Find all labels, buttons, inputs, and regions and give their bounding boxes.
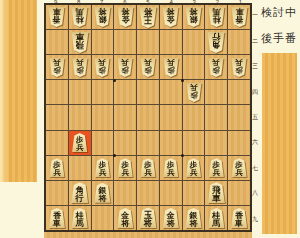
- shogi-piece-gote-pawn[interactable]: 歩兵: [72, 58, 88, 77]
- board-cell[interactable]: [183, 30, 205, 54]
- shogi-piece-sente-pawn[interactable]: 歩兵: [94, 158, 110, 177]
- board-cell[interactable]: [46, 131, 68, 155]
- shogi-piece-sente-pawn[interactable]: 歩兵: [117, 158, 133, 177]
- board-cell[interactable]: [183, 105, 205, 129]
- board-cell[interactable]: [137, 80, 159, 104]
- board-cell[interactable]: 香車: [46, 206, 68, 230]
- board-cell[interactable]: [205, 80, 227, 104]
- board-cell[interactable]: [92, 131, 114, 155]
- board-cell[interactable]: [137, 105, 159, 129]
- board-cell[interactable]: 歩兵: [92, 156, 114, 180]
- board-cell[interactable]: 香車: [46, 5, 68, 29]
- board-cell[interactable]: [160, 80, 182, 104]
- board-cell[interactable]: 桂馬: [69, 5, 91, 29]
- board-cell[interactable]: 金将: [160, 206, 182, 230]
- board-cell[interactable]: [92, 80, 114, 104]
- shogi-piece-gote-pawn[interactable]: 歩兵: [208, 58, 224, 77]
- board-cell[interactable]: [205, 131, 227, 155]
- board-cell[interactable]: 歩兵: [92, 55, 114, 79]
- shogi-piece-gote-silver[interactable]: 銀将: [185, 7, 202, 27]
- board-cell[interactable]: 桂馬: [205, 5, 227, 29]
- board-cell[interactable]: 飛車: [69, 30, 91, 54]
- board-cell[interactable]: 歩兵: [137, 55, 159, 79]
- board-cell[interactable]: 歩兵: [228, 55, 250, 79]
- board-cell[interactable]: 桂馬: [69, 206, 91, 230]
- board-cell[interactable]: 銀将: [183, 5, 205, 29]
- board-cell[interactable]: [114, 30, 136, 54]
- board-cell[interactable]: 歩兵: [114, 156, 136, 180]
- rank-label: 三: [251, 54, 259, 79]
- shogi-piece-sente-king[interactable]: 玉将: [139, 207, 157, 228]
- shogi-piece-sente-pawn[interactable]: 歩兵: [72, 133, 88, 152]
- star-point: [181, 154, 184, 157]
- board-cell[interactable]: 角行: [69, 181, 91, 205]
- board-cell[interactable]: [137, 181, 159, 205]
- shogi-piece-sente-silver[interactable]: 銀将: [94, 183, 111, 203]
- board-cell[interactable]: [69, 80, 91, 104]
- shogi-piece-sente-knight[interactable]: 桂馬: [71, 208, 88, 228]
- board-cell[interactable]: 歩兵: [69, 55, 91, 79]
- board-cell[interactable]: [46, 30, 68, 54]
- board-cell[interactable]: 角行: [205, 30, 227, 54]
- star-point: [181, 79, 184, 82]
- board-cell[interactable]: [69, 105, 91, 129]
- board-cell[interactable]: [92, 30, 114, 54]
- board-cell[interactable]: 香車: [228, 206, 250, 230]
- shogi-piece-sente-pawn[interactable]: 歩兵: [140, 158, 156, 177]
- board-cell[interactable]: 玉将: [137, 206, 159, 230]
- board-cell[interactable]: [69, 156, 91, 180]
- board-cell[interactable]: 金将: [114, 206, 136, 230]
- board-cell[interactable]: [46, 80, 68, 104]
- board-cell[interactable]: [46, 105, 68, 129]
- gote-piece-stand: [262, 53, 297, 234]
- board-cell[interactable]: [228, 30, 250, 54]
- rank-label: 一: [251, 3, 259, 28]
- board-cell[interactable]: [46, 181, 68, 205]
- shogi-board: 香車桂馬銀将金将王将金将銀将桂馬香車飛車角行歩兵歩兵歩兵歩兵歩兵歩兵歩兵歩兵歩兵…: [44, 3, 252, 238]
- sente-piece-stand: [0, 0, 37, 182]
- shogi-piece-gote-lance[interactable]: 香車: [48, 7, 65, 27]
- shogi-piece-gote-pawn[interactable]: 歩兵: [117, 58, 133, 77]
- shogi-piece-sente-bishop[interactable]: 角行: [71, 182, 89, 203]
- board-cell[interactable]: 歩兵: [205, 156, 227, 180]
- board-cell[interactable]: [228, 105, 250, 129]
- board-cell[interactable]: 飛車: [205, 181, 227, 205]
- board-cell[interactable]: [114, 181, 136, 205]
- shogi-piece-gote-knight[interactable]: 桂馬: [71, 7, 88, 27]
- board-cell[interactable]: 歩兵: [160, 156, 182, 180]
- board-cell[interactable]: [228, 80, 250, 104]
- board-cell[interactable]: [160, 105, 182, 129]
- board-cell[interactable]: 歩兵: [160, 55, 182, 79]
- rank-label: 八: [251, 181, 259, 206]
- shogi-piece-sente-pawn[interactable]: 歩兵: [231, 158, 247, 177]
- board-cell[interactable]: [137, 30, 159, 54]
- shogi-piece-sente-gold[interactable]: 金将: [162, 208, 179, 228]
- board-cell[interactable]: 桂馬: [205, 206, 227, 230]
- board-cell[interactable]: [114, 131, 136, 155]
- board-cell[interactable]: [205, 105, 227, 129]
- shogi-piece-gote-pawn[interactable]: 歩兵: [49, 58, 65, 77]
- rank-label: 六: [251, 130, 259, 155]
- shogi-piece-gote-pawn[interactable]: 歩兵: [94, 58, 110, 77]
- star-point: [113, 79, 116, 82]
- rank-label: 五: [251, 105, 259, 130]
- board-cell[interactable]: [228, 131, 250, 155]
- shogi-piece-sente-knight[interactable]: 桂馬: [208, 208, 225, 228]
- board-cell[interactable]: [160, 131, 182, 155]
- board-cell[interactable]: [183, 55, 205, 79]
- board-cell[interactable]: 銀将: [92, 5, 114, 29]
- shogi-piece-sente-pawn[interactable]: 歩兵: [163, 158, 179, 177]
- rank-label: 二: [251, 28, 259, 53]
- shogi-piece-gote-gold[interactable]: 金将: [162, 7, 179, 27]
- shogi-piece-sente-gold[interactable]: 金将: [117, 208, 134, 228]
- board-cell[interactable]: 銀将: [183, 206, 205, 230]
- board-cell[interactable]: 歩兵: [183, 80, 205, 104]
- board-cell[interactable]: 王将: [137, 5, 159, 29]
- board-cell[interactable]: [92, 105, 114, 129]
- board-cell[interactable]: [114, 105, 136, 129]
- board-cell[interactable]: 歩兵: [46, 156, 68, 180]
- board-cell[interactable]: 香車: [228, 5, 250, 29]
- shogi-piece-gote-lance[interactable]: 香車: [231, 7, 248, 27]
- board-cell[interactable]: 歩兵: [114, 55, 136, 79]
- board-cell[interactable]: [92, 206, 114, 230]
- shogi-piece-gote-pawn[interactable]: 歩兵: [140, 58, 156, 77]
- rank-label: 七: [251, 156, 259, 181]
- star-point: [113, 154, 116, 157]
- board-cell[interactable]: [183, 131, 205, 155]
- board-cell[interactable]: 金将: [114, 5, 136, 29]
- shogi-piece-gote-knight[interactable]: 桂馬: [208, 7, 225, 27]
- board-cell[interactable]: [183, 181, 205, 205]
- shogi-piece-gote-pawn[interactable]: 歩兵: [186, 83, 202, 102]
- board-cell[interactable]: 歩兵: [69, 131, 91, 155]
- board-cell[interactable]: 銀将: [92, 181, 114, 205]
- shogi-piece-gote-bishop[interactable]: 角行: [207, 32, 225, 53]
- board-cell[interactable]: [160, 181, 182, 205]
- shogi-piece-sente-pawn[interactable]: 歩兵: [186, 158, 202, 177]
- board-cell[interactable]: 歩兵: [228, 156, 250, 180]
- rank-label: 四: [251, 79, 259, 104]
- shogi-piece-gote-gold[interactable]: 金将: [117, 7, 134, 27]
- shogi-piece-sente-pawn[interactable]: 歩兵: [208, 158, 224, 177]
- board-cell[interactable]: [137, 131, 159, 155]
- board-cell[interactable]: 歩兵: [205, 55, 227, 79]
- shogi-piece-sente-lance[interactable]: 香車: [231, 208, 248, 228]
- shogi-piece-sente-pawn[interactable]: 歩兵: [49, 158, 65, 177]
- board-grid: 香車桂馬銀将金将王将金将銀将桂馬香車飛車角行歩兵歩兵歩兵歩兵歩兵歩兵歩兵歩兵歩兵…: [44, 3, 252, 232]
- rank-labels: 一二三四五六七八九: [251, 3, 259, 232]
- status-analyzing: 検討中: [261, 5, 297, 20]
- shogi-piece-gote-pawn[interactable]: 歩兵: [163, 58, 179, 77]
- board-cell[interactable]: 歩兵: [183, 156, 205, 180]
- shogi-piece-sente-rook[interactable]: 飛車: [207, 182, 225, 203]
- shogi-piece-sente-silver[interactable]: 銀将: [185, 208, 202, 228]
- shogi-piece-sente-lance[interactable]: 香車: [48, 208, 65, 228]
- shogi-piece-gote-pawn[interactable]: 歩兵: [231, 58, 247, 77]
- board-cell[interactable]: [160, 30, 182, 54]
- board-cell[interactable]: [114, 80, 136, 104]
- board-cell[interactable]: 歩兵: [137, 156, 159, 180]
- shogi-piece-gote-silver[interactable]: 銀将: [94, 7, 111, 27]
- board-cell[interactable]: 歩兵: [46, 55, 68, 79]
- shogi-piece-gote-rook[interactable]: 飛車: [71, 32, 89, 53]
- board-cell[interactable]: [228, 181, 250, 205]
- rank-label: 九: [251, 207, 259, 232]
- shogi-piece-gote-king[interactable]: 王将: [139, 7, 157, 28]
- status-turn-indicator: 後手番: [261, 31, 297, 46]
- board-cell[interactable]: 金将: [160, 5, 182, 29]
